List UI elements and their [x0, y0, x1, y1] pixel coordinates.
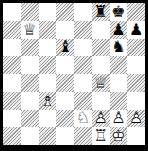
square-e6[interactable]	[74, 39, 92, 57]
white-rook-icon: ♜♖	[92, 127, 110, 145]
black-king-icon: ♚	[110, 3, 128, 21]
piece-outline: ♙	[110, 110, 128, 128]
white-king-icon: ♚♔	[110, 127, 128, 145]
square-a4[interactable]	[3, 74, 21, 92]
square-g4[interactable]	[110, 74, 128, 92]
square-h2[interactable]: ♟♙	[127, 110, 145, 128]
black-rook-icon: ♜	[92, 3, 110, 21]
square-f8[interactable]: ♜	[92, 3, 110, 21]
square-f5[interactable]	[92, 56, 110, 74]
square-e4[interactable]	[74, 74, 92, 92]
square-d6[interactable]: ♝	[56, 39, 74, 57]
square-h1[interactable]	[127, 127, 145, 145]
piece-body: ♜	[92, 3, 110, 21]
square-b8[interactable]	[21, 3, 39, 21]
square-a5[interactable]	[3, 56, 21, 74]
white-queen-icon: ♛♕	[21, 21, 39, 39]
square-h6[interactable]	[127, 39, 145, 57]
square-h8[interactable]	[127, 3, 145, 21]
piece-body: ♟	[110, 21, 128, 39]
white-pawn-icon: ♟♙	[110, 110, 128, 128]
piece-body: ♝	[56, 39, 74, 57]
square-g3[interactable]	[110, 92, 128, 110]
square-f3[interactable]	[92, 92, 110, 110]
square-f7[interactable]	[92, 21, 110, 39]
square-d5[interactable]	[56, 56, 74, 74]
square-g7[interactable]: ♟	[110, 21, 128, 39]
square-c1[interactable]	[39, 127, 57, 145]
square-d2[interactable]	[56, 110, 74, 128]
piece-outline: ♘	[74, 110, 92, 128]
black-pawn-icon: ♟	[127, 21, 145, 39]
piece-body: ♟	[127, 21, 145, 39]
square-g8[interactable]: ♚	[110, 3, 128, 21]
square-b2[interactable]	[21, 110, 39, 128]
square-e1[interactable]	[74, 127, 92, 145]
square-h7[interactable]: ♟	[127, 21, 145, 39]
square-h4[interactable]	[127, 74, 145, 92]
square-f6[interactable]	[92, 39, 110, 57]
chess-board-frame: ♜♚♛♕♟♟♝♞♛♕♝♗♞♘♟♙♟♙♟♙♜♖♚♔	[0, 0, 148, 151]
square-c4[interactable]	[39, 74, 57, 92]
square-b3[interactable]	[21, 92, 39, 110]
black-pawn-icon: ♟	[110, 21, 128, 39]
square-g6[interactable]: ♞	[110, 39, 128, 57]
white-pawn-icon: ♟♙	[127, 110, 145, 128]
white-bishop-icon: ♝♗	[39, 92, 57, 110]
chess-board: ♜♚♛♕♟♟♝♞♛♕♝♗♞♘♟♙♟♙♟♙♜♖♚♔	[3, 3, 145, 145]
piece-outline: ♙	[127, 110, 145, 128]
square-c5[interactable]	[39, 56, 57, 74]
white-pawn-icon: ♟♙	[92, 110, 110, 128]
white-knight-icon: ♞♘	[74, 110, 92, 128]
square-g2[interactable]: ♟♙	[110, 110, 128, 128]
piece-body: ♚	[110, 3, 128, 21]
square-d7[interactable]	[56, 21, 74, 39]
square-a7[interactable]	[3, 21, 21, 39]
square-e3[interactable]	[74, 92, 92, 110]
square-c2[interactable]	[39, 110, 57, 128]
black-knight-icon: ♞	[110, 39, 128, 57]
square-d8[interactable]	[56, 3, 74, 21]
square-b5[interactable]	[21, 56, 39, 74]
piece-outline: ♔	[110, 127, 128, 145]
white-queen-icon: ♛♕	[92, 74, 110, 92]
square-a3[interactable]	[3, 92, 21, 110]
square-b1[interactable]	[21, 127, 39, 145]
square-f1[interactable]: ♜♖	[92, 127, 110, 145]
square-e8[interactable]	[74, 3, 92, 21]
square-d3[interactable]	[56, 92, 74, 110]
square-h3[interactable]	[127, 92, 145, 110]
square-e7[interactable]	[74, 21, 92, 39]
square-b7[interactable]: ♛♕	[21, 21, 39, 39]
square-f2[interactable]: ♟♙	[92, 110, 110, 128]
piece-outline: ♕	[21, 21, 39, 39]
piece-outline: ♙	[92, 110, 110, 128]
square-a2[interactable]	[3, 110, 21, 128]
square-a6[interactable]	[3, 39, 21, 57]
square-a8[interactable]	[3, 3, 21, 21]
square-e2[interactable]: ♞♘	[74, 110, 92, 128]
square-d1[interactable]	[56, 127, 74, 145]
piece-outline: ♖	[92, 127, 110, 145]
square-b6[interactable]	[21, 39, 39, 57]
square-c8[interactable]	[39, 3, 57, 21]
piece-outline: ♕	[92, 74, 110, 92]
square-e5[interactable]	[74, 56, 92, 74]
black-bishop-icon: ♝	[56, 39, 74, 57]
square-h5[interactable]	[127, 56, 145, 74]
square-c3[interactable]: ♝♗	[39, 92, 57, 110]
square-c7[interactable]	[39, 21, 57, 39]
square-g5[interactable]	[110, 56, 128, 74]
square-d4[interactable]	[56, 74, 74, 92]
square-c6[interactable]	[39, 39, 57, 57]
square-a1[interactable]	[3, 127, 21, 145]
square-f4[interactable]: ♛♕	[92, 74, 110, 92]
piece-outline: ♗	[39, 92, 57, 110]
square-b4[interactable]	[21, 74, 39, 92]
piece-body: ♞	[110, 39, 128, 57]
square-g1[interactable]: ♚♔	[110, 127, 128, 145]
